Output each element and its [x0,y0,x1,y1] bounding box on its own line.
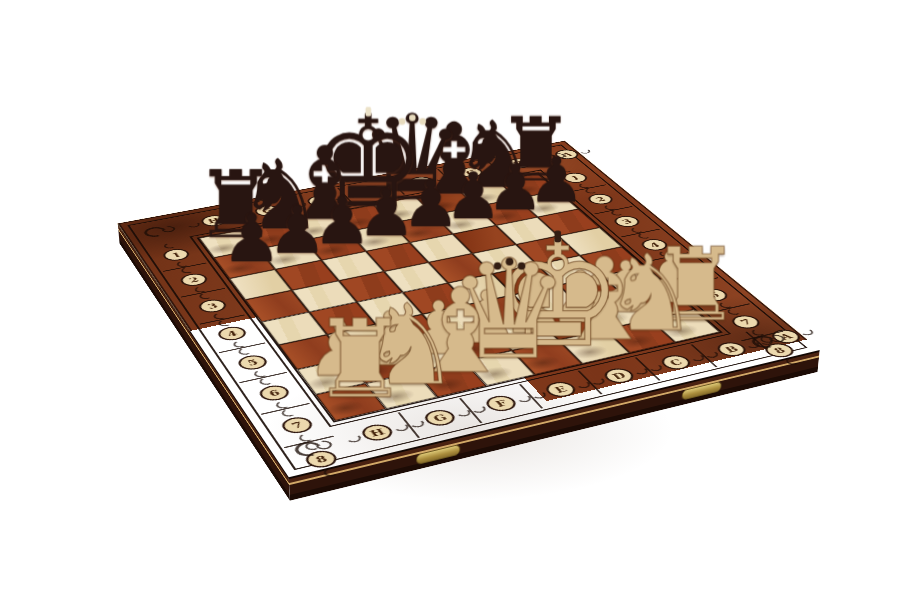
coordinate-label: F [304,194,335,208]
square-h2[interactable]: ♟ [214,249,276,278]
coordinate-label: 3 [196,298,230,315]
coordinate-label: 1 [160,247,192,262]
coordinate-label: H [198,214,229,228]
coordinate-label: H [358,422,397,443]
coordinate-label: D [406,175,437,188]
coordinate-label: E [356,184,387,197]
coordinate-label: 2 [584,192,616,206]
coordinate-label: 1 [559,171,591,184]
coordinate-label: C [455,166,486,179]
photo-canvas: HGFEDCBA HGFEDCBA 12345678 12345678 ♜♞♝♚… [0,0,900,603]
light-rook[interactable]: ♜ [264,306,455,414]
coordinate-label: B [504,157,535,170]
coordinate-label: G [252,204,283,218]
